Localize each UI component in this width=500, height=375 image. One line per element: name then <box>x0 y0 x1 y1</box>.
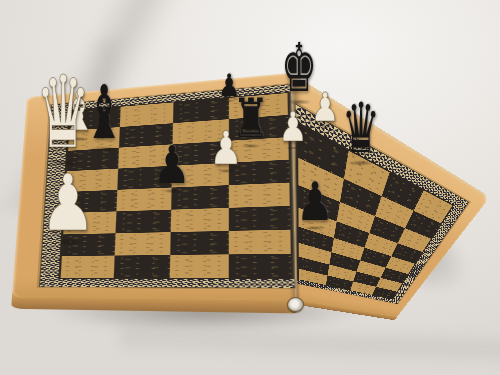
square-d3[interactable] <box>229 206 290 231</box>
square-b3[interactable] <box>116 210 172 234</box>
square-c1[interactable] <box>170 254 229 278</box>
square-b1[interactable] <box>114 255 170 278</box>
square-d4[interactable] <box>229 183 290 208</box>
square-a1[interactable] <box>61 256 115 279</box>
square-c3[interactable] <box>171 208 229 232</box>
square-d2[interactable] <box>229 230 291 255</box>
photo-scene: ♛♛♝♝♟♟♝♝♟♟♟♟♟♟♜♜♚♚♟♟♟♟♛♛♟♟ <box>0 0 500 375</box>
square-d1[interactable] <box>229 254 292 279</box>
square-c2[interactable] <box>170 231 229 255</box>
hinge-pin <box>287 297 304 312</box>
square-b2[interactable] <box>115 232 171 255</box>
